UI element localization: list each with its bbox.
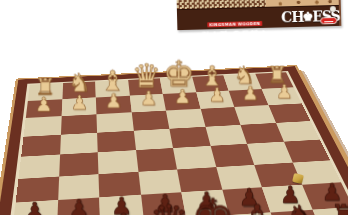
- black-king: ♚: [191, 193, 236, 215]
- square: [136, 148, 177, 172]
- square: ♟: [129, 94, 165, 112]
- logo-text-left: CH: [281, 9, 304, 26]
- square: [24, 116, 62, 136]
- white-pawn: ♟: [267, 83, 301, 102]
- square: [268, 103, 310, 122]
- white-pawn: ♟: [62, 93, 97, 112]
- square: ♟: [96, 96, 131, 115]
- square: [283, 140, 329, 163]
- board-grid: ♜♞♝♛♚♝♞♜♟♟♟♟♟♟♟♟♟♟♟♟♟♟♟♟♜♞♝♛♚♝♞♜: [9, 72, 348, 215]
- black-knight: ♞: [278, 201, 322, 215]
- chess-board: ♜♞♝♛♚♝♞♜♟♟♟♟♟♟♟♟♟♟♟♟♟♟♟♟♜♞♝♛♚♝♞♜: [0, 65, 348, 215]
- brand-block: KINGSMAN WOODEN 킹스맨 우든체스: [201, 10, 269, 41]
- square: [21, 134, 60, 156]
- square: [210, 144, 254, 167]
- white-pawn: ♟: [96, 92, 131, 111]
- square: ♟: [229, 89, 268, 107]
- square: [133, 129, 173, 151]
- white-pawn: ♟: [165, 88, 199, 107]
- square: ♟: [61, 97, 96, 116]
- brand-badge: [320, 17, 337, 24]
- square: ♝: [229, 212, 280, 215]
- round-badge: [330, 6, 336, 12]
- black-pawn: ♟: [13, 200, 56, 215]
- square: [59, 152, 99, 176]
- square: [240, 123, 283, 144]
- white-pawn: ♟: [233, 85, 267, 104]
- square: ♟: [163, 92, 200, 110]
- box-front-panel: KINGSMAN WOODEN 킹스맨 우든체스 CH ♚ ESS: [177, 6, 339, 30]
- product-photo: ♜♞♝♛♚♝♞♜♟♟♟♟♟♟♟♟♟♟♟♟♟♟♟♟♜♞♝♛♚♝♞♜ KINGSMA…: [0, 0, 348, 215]
- square: [97, 130, 135, 152]
- square: [131, 111, 169, 131]
- white-pawn: ♟: [199, 86, 233, 105]
- black-rook: ♜: [321, 201, 348, 215]
- brand-name-ko: 킹스맨 우든체스: [201, 29, 268, 41]
- black-bishop: ♝: [101, 209, 146, 215]
- product-box: KINGSMAN WOODEN 킹스맨 우든체스 CH ♚ ESS: [177, 0, 342, 30]
- square: [169, 127, 210, 148]
- black-queen: ♛: [146, 199, 191, 215]
- black-bishop: ♝: [235, 200, 279, 215]
- square: [205, 125, 247, 146]
- square: [60, 114, 97, 134]
- square: ♟: [196, 90, 234, 108]
- square: [275, 121, 319, 142]
- white-pawn: ♟: [131, 90, 166, 109]
- white-pawn: ♟: [26, 95, 61, 115]
- square: [173, 146, 216, 169]
- square: [247, 142, 292, 165]
- square: [18, 154, 59, 178]
- square: ♟: [26, 99, 62, 118]
- square: [98, 150, 138, 174]
- square: ♟: [12, 200, 57, 215]
- square: [60, 132, 98, 154]
- board-playfield: ♜♞♝♛♚♝♞♜♟♟♟♟♟♟♟♟♟♟♟♟♟♟♟♟♜♞♝♛♚♝♞♜: [5, 71, 348, 215]
- square: [166, 109, 205, 129]
- brand-name-en: KINGSMAN WOODEN: [207, 21, 262, 27]
- square: [96, 112, 133, 132]
